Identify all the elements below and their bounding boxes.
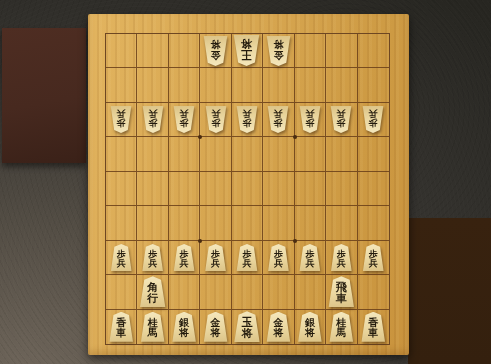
square-4e[interactable] <box>263 172 294 206</box>
piece-kanji: 兵 <box>148 109 157 118</box>
piece-kanji: 将 <box>305 328 315 338</box>
piece-sente-gold[interactable]: 金将 <box>203 312 228 342</box>
piece-body: 歩兵 <box>299 244 321 271</box>
piece-gote-pawn[interactable]: 歩兵 <box>330 106 352 133</box>
piece-sente-pawn[interactable]: 歩兵 <box>173 244 195 271</box>
piece-body: 玉将 <box>233 311 260 342</box>
square-5f[interactable] <box>232 206 263 240</box>
piece-kanji: 将 <box>241 38 252 49</box>
piece-kanji: 馬 <box>148 328 158 338</box>
square-2a[interactable] <box>326 34 357 68</box>
square-7b[interactable] <box>169 68 200 102</box>
piece-body: 桂馬 <box>140 312 165 342</box>
square-7g[interactable]: 歩兵 <box>169 241 200 275</box>
hoshi-dot <box>293 135 297 139</box>
piece-body: 歩兵 <box>330 244 352 271</box>
square-2i[interactable]: 桂馬 <box>326 310 357 344</box>
piece-body: 歩兵 <box>205 244 227 271</box>
piece-gote-pawn[interactable]: 歩兵 <box>110 106 132 133</box>
piece-body: 角行 <box>139 276 166 307</box>
square-5a[interactable]: 王将 <box>232 34 263 68</box>
piece-kanji: 歩 <box>337 118 346 127</box>
square-8d[interactable] <box>137 137 168 171</box>
square-2c[interactable]: 歩兵 <box>326 103 357 137</box>
square-3h[interactable] <box>295 275 326 309</box>
piece-gote-pawn[interactable]: 歩兵 <box>205 106 227 133</box>
piece-sente-pawn[interactable]: 歩兵 <box>299 244 321 271</box>
piece-body: 歩兵 <box>267 244 289 271</box>
board-grid: 金将王将金将歩兵歩兵歩兵歩兵歩兵歩兵歩兵歩兵歩兵歩兵歩兵歩兵歩兵歩兵歩兵歩兵歩兵… <box>105 33 390 345</box>
piece-body: 銀将 <box>172 312 197 342</box>
square-1f[interactable] <box>358 206 389 240</box>
piece-kanji: 兵 <box>242 109 251 118</box>
square-5h[interactable] <box>232 275 263 309</box>
piece-kanji: 兵 <box>274 259 283 268</box>
square-8c[interactable]: 歩兵 <box>137 103 168 137</box>
piece-kanji: 将 <box>241 328 252 339</box>
piece-gote-gold[interactable]: 金将 <box>266 36 291 66</box>
square-9g[interactable]: 歩兵 <box>106 241 137 275</box>
piece-body: 歩兵 <box>110 244 132 271</box>
piece-body: 歩兵 <box>236 244 258 271</box>
square-8i[interactable]: 桂馬 <box>137 310 168 344</box>
square-6d[interactable] <box>200 137 231 171</box>
square-6b[interactable] <box>200 68 231 102</box>
square-6g[interactable]: 歩兵 <box>200 241 231 275</box>
piece-body: 歩兵 <box>205 106 227 133</box>
square-2b[interactable] <box>326 68 357 102</box>
square-2h[interactable]: 飛車 <box>326 275 357 309</box>
piece-sente-bishop[interactable]: 角行 <box>139 276 166 307</box>
square-1e[interactable] <box>358 172 389 206</box>
square-4g[interactable]: 歩兵 <box>263 241 294 275</box>
piece-gote-pawn[interactable]: 歩兵 <box>362 106 384 133</box>
square-1d[interactable] <box>358 137 389 171</box>
piece-kanji: 歩 <box>180 118 189 127</box>
square-1i[interactable]: 香車 <box>358 310 389 344</box>
piece-body: 金将 <box>203 312 228 342</box>
square-6e[interactable] <box>200 172 231 206</box>
piece-kanji: 歩 <box>148 118 157 127</box>
piece-body: 歩兵 <box>299 106 321 133</box>
square-5c[interactable]: 歩兵 <box>232 103 263 137</box>
piece-kanji: 金 <box>211 49 221 59</box>
brown-mat <box>408 218 491 364</box>
square-2e[interactable] <box>326 172 357 206</box>
piece-body: 桂馬 <box>329 312 354 342</box>
piece-sente-knight[interactable]: 桂馬 <box>140 312 165 342</box>
square-4a[interactable]: 金将 <box>263 34 294 68</box>
piece-body: 香車 <box>109 312 134 342</box>
square-1b[interactable] <box>358 68 389 102</box>
square-1c[interactable]: 歩兵 <box>358 103 389 137</box>
piece-body: 歩兵 <box>173 244 195 271</box>
piece-kanji: 歩 <box>305 118 314 127</box>
piece-body: 歩兵 <box>142 106 164 133</box>
piece-gote-pawn[interactable]: 歩兵 <box>173 106 195 133</box>
square-4i[interactable]: 金将 <box>263 310 294 344</box>
square-6i[interactable]: 金将 <box>200 310 231 344</box>
square-3b[interactable] <box>295 68 326 102</box>
piece-kanji: 将 <box>273 39 283 49</box>
square-7i[interactable]: 銀将 <box>169 310 200 344</box>
piece-sente-silver[interactable]: 銀将 <box>172 312 197 342</box>
piece-body: 金将 <box>266 36 291 66</box>
piece-kanji: 金 <box>273 49 283 59</box>
piece-kanji: 車 <box>116 328 126 338</box>
piece-sente-pawn[interactable]: 歩兵 <box>267 244 289 271</box>
piece-kanji: 将 <box>211 328 221 338</box>
piece-kanji: 兵 <box>211 109 220 118</box>
square-4c[interactable]: 歩兵 <box>263 103 294 137</box>
square-7c[interactable]: 歩兵 <box>169 103 200 137</box>
square-9e[interactable] <box>106 172 137 206</box>
piece-kanji: 兵 <box>211 259 220 268</box>
square-9d[interactable] <box>106 137 137 171</box>
piece-kanji: 歩 <box>369 118 378 127</box>
piece-body: 王将 <box>233 35 260 66</box>
shogi-scene: 金将王将金将歩兵歩兵歩兵歩兵歩兵歩兵歩兵歩兵歩兵歩兵歩兵歩兵歩兵歩兵歩兵歩兵歩兵… <box>0 0 491 364</box>
piece-sente-knight[interactable]: 桂馬 <box>329 312 354 342</box>
piece-sente-silver[interactable]: 銀将 <box>297 312 322 342</box>
piece-kanji: 歩 <box>242 118 251 127</box>
piece-sente-pawn[interactable]: 歩兵 <box>142 244 164 271</box>
piece-body: 歩兵 <box>330 106 352 133</box>
square-3e[interactable] <box>295 172 326 206</box>
piece-sente-pawn[interactable]: 歩兵 <box>330 244 352 271</box>
piece-body: 歩兵 <box>173 106 195 133</box>
piece-gote-pawn[interactable]: 歩兵 <box>236 106 258 133</box>
piece-gote-king[interactable]: 王将 <box>233 35 260 66</box>
piece-kanji: 馬 <box>336 328 346 338</box>
square-3c[interactable]: 歩兵 <box>295 103 326 137</box>
piece-body: 歩兵 <box>110 106 132 133</box>
square-3f[interactable] <box>295 206 326 240</box>
square-1a[interactable] <box>358 34 389 68</box>
hoshi-dot <box>198 135 202 139</box>
piece-kanji: 兵 <box>117 109 126 118</box>
piece-kanji: 兵 <box>180 259 189 268</box>
piece-body: 歩兵 <box>236 106 258 133</box>
square-5e[interactable] <box>232 172 263 206</box>
piece-sente-king[interactable]: 玉将 <box>233 311 260 342</box>
square-9c[interactable]: 歩兵 <box>106 103 137 137</box>
square-8b[interactable] <box>137 68 168 102</box>
square-9h[interactable] <box>106 275 137 309</box>
piece-kanji: 兵 <box>337 109 346 118</box>
piece-kanji: 将 <box>273 328 283 338</box>
square-1h[interactable] <box>358 275 389 309</box>
piece-gote-gold[interactable]: 金将 <box>203 36 228 66</box>
piece-kanji: 兵 <box>274 109 283 118</box>
square-2f[interactable] <box>326 206 357 240</box>
piece-body: 香車 <box>361 312 386 342</box>
hoshi-dot <box>293 239 297 243</box>
piece-sente-pawn[interactable]: 歩兵 <box>236 244 258 271</box>
square-3d[interactable] <box>295 137 326 171</box>
piece-kanji: 歩 <box>211 118 220 127</box>
piece-kanji: 兵 <box>369 259 378 268</box>
piece-kanji: 兵 <box>180 109 189 118</box>
square-7e[interactable] <box>169 172 200 206</box>
piece-kanji: 王 <box>241 49 252 60</box>
square-4b[interactable] <box>263 68 294 102</box>
piece-sente-lance[interactable]: 香車 <box>361 312 386 342</box>
square-1g[interactable]: 歩兵 <box>358 241 389 275</box>
square-9b[interactable] <box>106 68 137 102</box>
piece-kanji: 兵 <box>242 259 251 268</box>
piece-kanji: 兵 <box>305 259 314 268</box>
piece-gote-pawn[interactable]: 歩兵 <box>299 106 321 133</box>
square-4f[interactable] <box>263 206 294 240</box>
square-8a[interactable] <box>137 34 168 68</box>
piece-sente-rook[interactable]: 飛車 <box>328 276 355 307</box>
square-5i[interactable]: 玉将 <box>232 310 263 344</box>
square-6h[interactable] <box>200 275 231 309</box>
piece-sente-pawn[interactable]: 歩兵 <box>205 244 227 271</box>
piece-gote-pawn[interactable]: 歩兵 <box>142 106 164 133</box>
square-5b[interactable] <box>232 68 263 102</box>
piece-sente-pawn[interactable]: 歩兵 <box>362 244 384 271</box>
square-2d[interactable] <box>326 137 357 171</box>
square-4h[interactable] <box>263 275 294 309</box>
square-5d[interactable] <box>232 137 263 171</box>
square-9f[interactable] <box>106 206 137 240</box>
shogi-board: 金将王将金将歩兵歩兵歩兵歩兵歩兵歩兵歩兵歩兵歩兵歩兵歩兵歩兵歩兵歩兵歩兵歩兵歩兵… <box>88 14 409 355</box>
piece-body: 銀将 <box>297 312 322 342</box>
wooden-piece-box <box>2 28 86 163</box>
piece-kanji: 兵 <box>369 109 378 118</box>
square-8h[interactable]: 角行 <box>137 275 168 309</box>
piece-kanji: 歩 <box>274 118 283 127</box>
piece-kanji: 行 <box>147 293 158 304</box>
piece-kanji: 車 <box>336 293 347 304</box>
square-7f[interactable] <box>169 206 200 240</box>
piece-body: 飛車 <box>328 276 355 307</box>
square-3a[interactable] <box>295 34 326 68</box>
square-3g[interactable]: 歩兵 <box>295 241 326 275</box>
piece-sente-pawn[interactable]: 歩兵 <box>110 244 132 271</box>
piece-kanji: 将 <box>211 39 221 49</box>
square-2g[interactable]: 歩兵 <box>326 241 357 275</box>
square-8g[interactable]: 歩兵 <box>137 241 168 275</box>
piece-body: 歩兵 <box>142 244 164 271</box>
piece-kanji: 車 <box>368 328 378 338</box>
piece-body: 歩兵 <box>267 106 289 133</box>
square-5g[interactable]: 歩兵 <box>232 241 263 275</box>
square-7a[interactable] <box>169 34 200 68</box>
square-7h[interactable] <box>169 275 200 309</box>
piece-sente-gold[interactable]: 金将 <box>266 312 291 342</box>
square-9a[interactable] <box>106 34 137 68</box>
square-3i[interactable]: 銀将 <box>295 310 326 344</box>
square-6f[interactable] <box>200 206 231 240</box>
piece-kanji: 兵 <box>148 259 157 268</box>
piece-kanji: 兵 <box>117 259 126 268</box>
piece-body: 金将 <box>203 36 228 66</box>
piece-body: 歩兵 <box>362 244 384 271</box>
piece-kanji: 兵 <box>337 259 346 268</box>
piece-kanji: 歩 <box>117 118 126 127</box>
piece-body: 歩兵 <box>362 106 384 133</box>
piece-kanji: 兵 <box>305 109 314 118</box>
piece-kanji: 将 <box>179 328 189 338</box>
piece-gote-pawn[interactable]: 歩兵 <box>267 106 289 133</box>
hoshi-dot <box>198 239 202 243</box>
square-6c[interactable]: 歩兵 <box>200 103 231 137</box>
square-6a[interactable]: 金将 <box>200 34 231 68</box>
piece-sente-lance[interactable]: 香車 <box>109 312 134 342</box>
square-9i[interactable]: 香車 <box>106 310 137 344</box>
square-8e[interactable] <box>137 172 168 206</box>
piece-body: 金将 <box>266 312 291 342</box>
square-8f[interactable] <box>137 206 168 240</box>
square-7d[interactable] <box>169 137 200 171</box>
square-4d[interactable] <box>263 137 294 171</box>
